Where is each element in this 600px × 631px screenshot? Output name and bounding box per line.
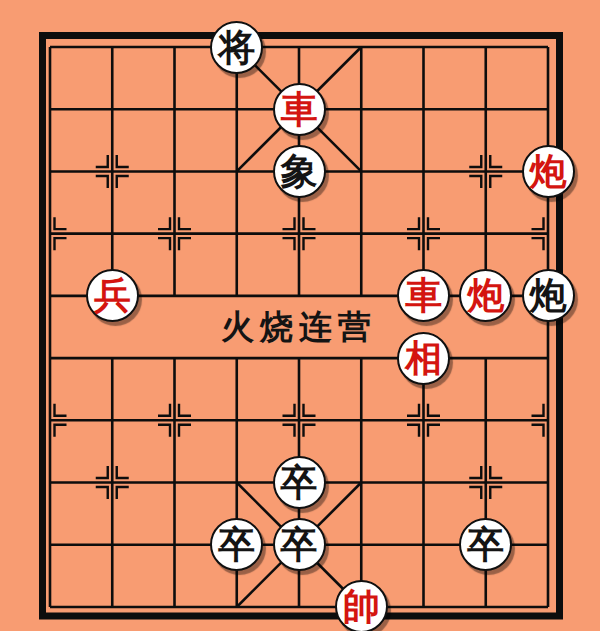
piece-black-cannon[interactable]: 炮: [522, 269, 575, 322]
piece-red-chariot[interactable]: 車: [273, 83, 326, 136]
piece-red-chariot[interactable]: 車: [397, 269, 450, 322]
piece-black-soldier[interactable]: 卒: [459, 518, 512, 571]
piece-black-soldier[interactable]: 卒: [273, 456, 326, 509]
piece-grid: 将車象炮兵車炮炮相卒卒卒卒帥: [19, 16, 579, 631]
piece-red-cannon[interactable]: 炮: [522, 145, 575, 198]
piece-red-elephant[interactable]: 相: [397, 332, 450, 385]
piece-red-general[interactable]: 帥: [335, 580, 388, 631]
piece-black-soldier[interactable]: 卒: [273, 518, 326, 571]
piece-black-general[interactable]: 将: [210, 21, 263, 74]
piece-red-cannon[interactable]: 炮: [459, 269, 512, 322]
xiangqi-diagram: 火烧连营 将車象炮兵車炮炮相卒卒卒卒帥: [0, 0, 600, 631]
piece-red-soldier[interactable]: 兵: [86, 269, 139, 322]
piece-black-soldier[interactable]: 卒: [210, 518, 263, 571]
piece-black-elephant[interactable]: 象: [273, 145, 326, 198]
